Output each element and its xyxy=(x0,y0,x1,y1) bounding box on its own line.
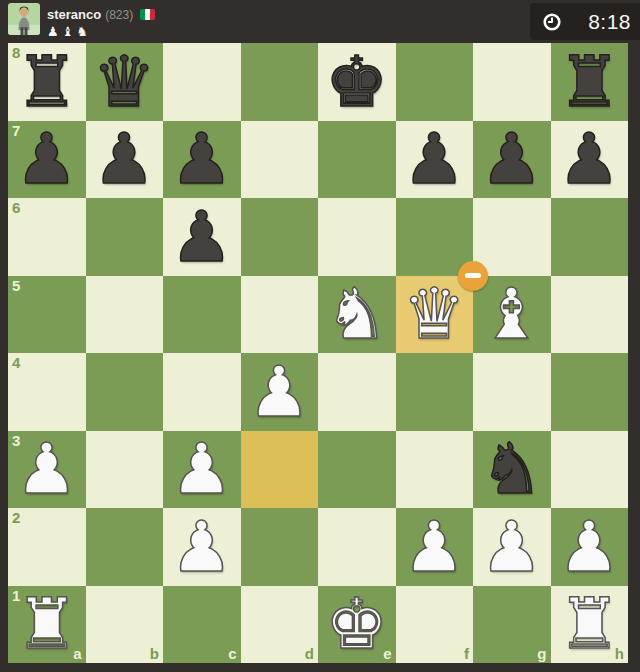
piece-white-knight-e5[interactable]: ♞ xyxy=(325,279,388,349)
square-b4[interactable] xyxy=(86,353,164,431)
rank-label-3: 3 xyxy=(12,433,20,448)
square-e5[interactable]: ♞ xyxy=(318,276,396,354)
piece-black-pawn-c7[interactable]: ♟ xyxy=(170,124,233,194)
square-c8[interactable] xyxy=(163,43,241,121)
captured-pawn-icon: ♟ xyxy=(47,24,62,39)
square-c2[interactable]: ♟ xyxy=(163,508,241,586)
square-b3[interactable] xyxy=(86,431,164,509)
square-b7[interactable]: ♟ xyxy=(86,121,164,199)
square-c4[interactable] xyxy=(163,353,241,431)
square-h1[interactable]: h♜ xyxy=(551,586,629,664)
piece-white-bishop-g5[interactable]: ♝ xyxy=(480,279,543,349)
square-h3[interactable] xyxy=(551,431,629,509)
chess-board[interactable]: 8♜♛♚♜7♟♟♟♟♟♟6♟5♞♛♝4♟3♟♟♞2♟♟♟♟1a♜bcde♚fgh… xyxy=(8,43,628,663)
piece-white-pawn-g2[interactable]: ♟ xyxy=(480,512,543,582)
square-a1[interactable]: 1a♜ xyxy=(8,586,86,664)
square-d3[interactable] xyxy=(241,431,319,509)
square-d4[interactable]: ♟ xyxy=(241,353,319,431)
square-f3[interactable] xyxy=(396,431,474,509)
square-f4[interactable] xyxy=(396,353,474,431)
player-rating: (823) xyxy=(105,8,133,22)
piece-black-rook-h8[interactable]: ♜ xyxy=(558,47,621,117)
square-h4[interactable] xyxy=(551,353,629,431)
square-c1[interactable]: c xyxy=(163,586,241,664)
square-d6[interactable] xyxy=(241,198,319,276)
piece-black-pawn-c6[interactable]: ♟ xyxy=(170,202,233,272)
piece-white-pawn-d4[interactable]: ♟ xyxy=(248,357,311,427)
square-e4[interactable] xyxy=(318,353,396,431)
player-header-bar: steranco(823) ♟♝♞ 8:18 xyxy=(0,0,640,43)
rank-label-2: 2 xyxy=(12,510,20,525)
piece-white-pawn-c3[interactable]: ♟ xyxy=(170,434,233,504)
file-label-d: d xyxy=(305,646,314,661)
square-d2[interactable] xyxy=(241,508,319,586)
square-a7[interactable]: 7♟ xyxy=(8,121,86,199)
piece-black-pawn-f7[interactable]: ♟ xyxy=(403,124,466,194)
rank-label-5: 5 xyxy=(12,278,20,293)
player-name[interactable]: steranco xyxy=(47,7,101,22)
captured-bishop-icon: ♝ xyxy=(62,24,77,39)
piece-white-pawn-h2[interactable]: ♟ xyxy=(558,512,621,582)
clock-icon xyxy=(542,12,562,32)
square-c6[interactable]: ♟ xyxy=(163,198,241,276)
piece-black-pawn-b7[interactable]: ♟ xyxy=(93,124,156,194)
square-b6[interactable] xyxy=(86,198,164,276)
square-h5[interactable] xyxy=(551,276,629,354)
square-f5[interactable]: ♛ xyxy=(396,276,474,354)
square-g2[interactable]: ♟ xyxy=(473,508,551,586)
square-f1[interactable]: f xyxy=(396,586,474,664)
square-b2[interactable] xyxy=(86,508,164,586)
square-h7[interactable]: ♟ xyxy=(551,121,629,199)
player-clock: 8:18 xyxy=(530,3,640,40)
square-e7[interactable] xyxy=(318,121,396,199)
rank-label-8: 8 xyxy=(12,45,20,60)
square-d8[interactable] xyxy=(241,43,319,121)
square-a4[interactable]: 4 xyxy=(8,353,86,431)
piece-white-queen-f5[interactable]: ♛ xyxy=(403,279,466,349)
piece-white-rook-h1[interactable]: ♜ xyxy=(558,589,621,659)
square-a2[interactable]: 2 xyxy=(8,508,86,586)
square-a8[interactable]: 8♜ xyxy=(8,43,86,121)
square-b1[interactable]: b xyxy=(86,586,164,664)
square-g5[interactable]: ♝ xyxy=(473,276,551,354)
square-c7[interactable]: ♟ xyxy=(163,121,241,199)
square-f2[interactable]: ♟ xyxy=(396,508,474,586)
square-g4[interactable] xyxy=(473,353,551,431)
square-a6[interactable]: 6 xyxy=(8,198,86,276)
square-e8[interactable]: ♚ xyxy=(318,43,396,121)
file-label-a: a xyxy=(73,646,81,661)
square-h6[interactable] xyxy=(551,198,629,276)
italy-flag-icon xyxy=(140,9,155,20)
square-f6[interactable] xyxy=(396,198,474,276)
square-b8[interactable]: ♛ xyxy=(86,43,164,121)
square-e3[interactable] xyxy=(318,431,396,509)
square-e2[interactable] xyxy=(318,508,396,586)
square-b5[interactable] xyxy=(86,276,164,354)
piece-white-pawn-c2[interactable]: ♟ xyxy=(170,512,233,582)
square-g6[interactable] xyxy=(473,198,551,276)
piece-white-rook-a1[interactable]: ♜ xyxy=(15,589,78,659)
piece-black-pawn-g7[interactable]: ♟ xyxy=(480,124,543,194)
rank-label-7: 7 xyxy=(12,123,20,138)
square-h2[interactable]: ♟ xyxy=(551,508,629,586)
file-label-g: g xyxy=(537,646,546,661)
player-avatar[interactable] xyxy=(8,3,40,35)
avatar-image xyxy=(8,3,40,35)
square-c3[interactable]: ♟ xyxy=(163,431,241,509)
minus-icon xyxy=(465,273,481,278)
clock-time: 8:18 xyxy=(562,10,631,34)
captured-pieces-tray: ♟♝♞ xyxy=(47,25,155,39)
square-d7[interactable] xyxy=(241,121,319,199)
captured-knight-icon: ♞ xyxy=(76,24,91,39)
square-d5[interactable] xyxy=(241,276,319,354)
square-g7[interactable]: ♟ xyxy=(473,121,551,199)
square-f8[interactable] xyxy=(396,43,474,121)
piece-black-queen-b8[interactable]: ♛ xyxy=(93,47,156,117)
piece-white-king-e1[interactable]: ♚ xyxy=(325,589,388,659)
file-label-c: c xyxy=(228,646,236,661)
file-label-h: h xyxy=(615,646,624,661)
rank-label-4: 4 xyxy=(12,355,20,370)
piece-black-pawn-a7[interactable]: ♟ xyxy=(15,124,78,194)
square-g8[interactable] xyxy=(473,43,551,121)
piece-black-rook-a8[interactable]: ♜ xyxy=(15,47,78,117)
square-h8[interactable]: ♜ xyxy=(551,43,629,121)
file-label-b: b xyxy=(150,646,159,661)
file-label-e: e xyxy=(383,646,391,661)
square-a3[interactable]: 3♟ xyxy=(8,431,86,509)
square-g3[interactable]: ♞ xyxy=(473,431,551,509)
move-classification-badge xyxy=(458,261,488,291)
file-label-f: f xyxy=(464,646,469,661)
rank-label-6: 6 xyxy=(12,200,20,215)
square-f7[interactable]: ♟ xyxy=(396,121,474,199)
square-a5[interactable]: 5 xyxy=(8,276,86,354)
rank-label-1: 1 xyxy=(12,588,20,603)
square-c5[interactable] xyxy=(163,276,241,354)
square-e6[interactable] xyxy=(318,198,396,276)
piece-black-pawn-h7[interactable]: ♟ xyxy=(558,124,621,194)
piece-white-pawn-a3[interactable]: ♟ xyxy=(15,434,78,504)
square-d1[interactable]: d xyxy=(241,586,319,664)
square-g1[interactable]: g xyxy=(473,586,551,664)
square-e1[interactable]: e♚ xyxy=(318,586,396,664)
piece-white-pawn-f2[interactable]: ♟ xyxy=(403,512,466,582)
piece-black-knight-g3[interactable]: ♞ xyxy=(480,434,543,504)
piece-black-king-e8[interactable]: ♚ xyxy=(325,47,388,117)
